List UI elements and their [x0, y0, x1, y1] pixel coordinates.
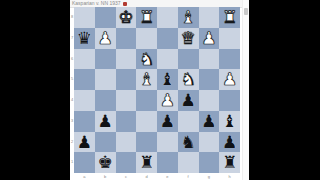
black-pawn[interactable]: ♟	[95, 111, 116, 132]
square-b1[interactable]: ♚	[95, 152, 116, 173]
square-h1[interactable]: ♜	[219, 152, 240, 173]
black-pawn[interactable]: ♟	[219, 132, 240, 153]
square-b6[interactable]	[95, 49, 116, 70]
square-c5[interactable]	[116, 69, 137, 90]
square-a6[interactable]	[74, 49, 95, 70]
square-a1[interactable]	[74, 152, 95, 173]
black-pawn[interactable]: ♟	[199, 111, 220, 132]
square-g3[interactable]: ♟	[199, 111, 220, 132]
square-g2[interactable]	[199, 132, 220, 153]
square-h2[interactable]: ♟	[219, 132, 240, 153]
white-knight[interactable]: ♞	[136, 49, 157, 70]
square-g5[interactable]	[199, 69, 220, 90]
scrollbar-track[interactable]	[242, 0, 249, 180]
board-area: 87654321 ♚♜♝♜♛♟♛♟♞♝♝♞♟♟♟♟♟♟♝♟♞♟♚♜♜	[70, 7, 240, 173]
square-h3[interactable]: ♝	[219, 111, 240, 132]
black-king[interactable]: ♚	[95, 152, 116, 173]
diagram-panel: Kasparian v. NN 1937 87654321 ♚♜♝♜♛♟♛♟♞♝…	[70, 0, 249, 180]
square-d5[interactable]: ♝	[136, 69, 157, 90]
black-queen[interactable]: ♛	[74, 28, 95, 49]
square-f4[interactable]: ♟	[178, 90, 199, 111]
square-b8[interactable]	[95, 7, 116, 28]
square-a4[interactable]	[74, 90, 95, 111]
file-label-d: d	[136, 173, 157, 180]
black-pawn[interactable]: ♟	[178, 90, 199, 111]
black-pawn[interactable]: ♟	[157, 111, 178, 132]
square-d3[interactable]	[136, 111, 157, 132]
square-g7[interactable]: ♟	[199, 28, 220, 49]
file-label-h: h	[219, 173, 240, 180]
square-b3[interactable]: ♟	[95, 111, 116, 132]
square-e1[interactable]	[157, 152, 178, 173]
white-king[interactable]: ♚	[116, 7, 137, 28]
chess-board[interactable]: ♚♜♝♜♛♟♛♟♞♝♝♞♟♟♟♟♟♟♝♟♞♟♚♜♜	[74, 7, 240, 173]
square-d7[interactable]	[136, 28, 157, 49]
file-labels: abcdefgh	[74, 173, 240, 180]
black-knight[interactable]: ♞	[178, 132, 199, 153]
square-d4[interactable]	[136, 90, 157, 111]
square-f7[interactable]: ♛	[178, 28, 199, 49]
white-bishop[interactable]: ♝	[178, 7, 199, 28]
white-pawn[interactable]: ♟	[219, 69, 240, 90]
square-d2[interactable]	[136, 132, 157, 153]
square-e3[interactable]: ♟	[157, 111, 178, 132]
square-f1[interactable]	[178, 152, 199, 173]
square-c8[interactable]: ♚	[116, 7, 137, 28]
file-label-c: c	[116, 173, 137, 180]
square-g8[interactable]	[199, 7, 220, 28]
square-c4[interactable]	[116, 90, 137, 111]
white-pawn[interactable]: ♟	[199, 28, 220, 49]
square-a5[interactable]	[74, 69, 95, 90]
white-rook[interactable]: ♜	[219, 7, 240, 28]
square-b4[interactable]	[95, 90, 116, 111]
square-e4[interactable]: ♟	[157, 90, 178, 111]
square-h7[interactable]	[219, 28, 240, 49]
square-f5[interactable]: ♞	[178, 69, 199, 90]
square-e2[interactable]	[157, 132, 178, 153]
black-bishop[interactable]: ♝	[219, 111, 240, 132]
white-queen[interactable]: ♛	[178, 28, 199, 49]
scrollbar-thumb[interactable]	[244, 8, 249, 15]
square-f8[interactable]: ♝	[178, 7, 199, 28]
square-b7[interactable]: ♟	[95, 28, 116, 49]
white-pawn[interactable]: ♟	[95, 28, 116, 49]
square-f6[interactable]	[178, 49, 199, 70]
white-knight[interactable]: ♞	[178, 69, 199, 90]
square-c1[interactable]	[116, 152, 137, 173]
square-c6[interactable]	[116, 49, 137, 70]
square-e7[interactable]	[157, 28, 178, 49]
square-d6[interactable]: ♞	[136, 49, 157, 70]
square-g4[interactable]	[199, 90, 220, 111]
white-pawn[interactable]: ♟	[157, 90, 178, 111]
square-b5[interactable]	[95, 69, 116, 90]
square-f2[interactable]: ♞	[178, 132, 199, 153]
square-a7[interactable]: ♛	[74, 28, 95, 49]
square-a3[interactable]	[74, 111, 95, 132]
square-e5[interactable]: ♝	[157, 69, 178, 90]
square-h6[interactable]	[219, 49, 240, 70]
file-label-e: e	[157, 173, 178, 180]
square-c3[interactable]	[116, 111, 137, 132]
file-label-b: b	[95, 173, 116, 180]
square-e8[interactable]	[157, 7, 178, 28]
square-c2[interactable]	[116, 132, 137, 153]
square-a8[interactable]	[74, 7, 95, 28]
square-a2[interactable]: ♟	[74, 132, 95, 153]
square-d8[interactable]: ♜	[136, 7, 157, 28]
square-b2[interactable]	[95, 132, 116, 153]
caption-text: Kasparian v. NN 1937	[72, 0, 121, 7]
square-h8[interactable]: ♜	[219, 7, 240, 28]
file-label-a: a	[74, 173, 95, 180]
square-d1[interactable]: ♜	[136, 152, 157, 173]
black-bishop[interactable]: ♝	[157, 69, 178, 90]
square-h5[interactable]: ♟	[219, 69, 240, 90]
square-e6[interactable]	[157, 49, 178, 70]
square-g1[interactable]	[199, 152, 220, 173]
red-badge-icon[interactable]	[123, 2, 127, 6]
white-bishop[interactable]: ♝	[136, 69, 157, 90]
square-h4[interactable]	[219, 90, 240, 111]
black-rook[interactable]: ♜	[136, 152, 157, 173]
square-f3[interactable]	[178, 111, 199, 132]
white-rook[interactable]: ♜	[136, 7, 157, 28]
black-rook[interactable]: ♜	[219, 152, 240, 173]
square-g6[interactable]	[199, 49, 220, 70]
file-label-f: f	[178, 173, 199, 180]
square-c7[interactable]	[116, 28, 137, 49]
black-pawn[interactable]: ♟	[74, 132, 95, 153]
file-label-g: g	[199, 173, 220, 180]
